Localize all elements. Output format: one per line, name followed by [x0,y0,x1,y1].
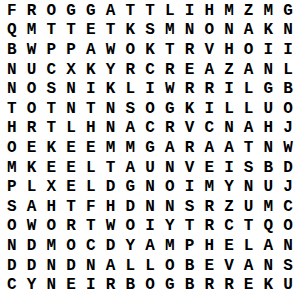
grid-cell[interactable]: T [101,21,121,41]
grid-cell[interactable]: W [101,40,121,60]
grid-cell[interactable]: S [180,197,200,217]
grid-cell[interactable]: Y [22,275,42,295]
grid-cell[interactable]: A [160,138,180,158]
grid-cell[interactable]: Z [239,1,259,21]
grid-cell[interactable]: H [259,119,279,139]
grid-cell[interactable]: N [259,138,279,158]
grid-cell[interactable]: W [22,217,42,237]
grid-cell[interactable]: F [2,1,22,21]
grid-cell[interactable]: T [239,217,259,237]
grid-cell[interactable]: B [120,275,140,295]
grid-cell[interactable]: K [22,158,42,178]
grid-cell[interactable]: M [259,197,279,217]
grid-cell[interactable]: O [41,1,61,21]
grid-cell[interactable]: K [180,99,200,119]
grid-cell[interactable]: L [219,99,239,119]
grid-cell[interactable]: M [160,21,180,41]
grid-cell[interactable]: O [160,256,180,276]
grid-cell[interactable]: K [120,21,140,41]
grid-cell[interactable]: V [180,119,200,139]
grid-cell[interactable]: B [2,40,22,60]
grid-cell[interactable]: U [259,177,279,197]
grid-cell[interactable]: H [199,236,219,256]
grid-cell[interactable]: L [120,256,140,276]
grid-cell[interactable]: S [278,256,298,276]
grid-cell[interactable]: N [61,99,81,119]
grid-cell[interactable]: R [61,217,81,237]
grid-cell[interactable]: E [239,275,259,295]
grid-cell[interactable]: L [81,158,101,178]
grid-cell[interactable]: N [160,158,180,178]
grid-cell[interactable]: T [140,1,160,21]
grid-cell[interactable]: J [278,119,298,139]
grid-cell[interactable]: M [199,177,219,197]
grid-cell[interactable]: O [22,79,42,99]
grid-cell[interactable]: H [101,197,121,217]
grid-cell[interactable]: H [2,119,22,139]
grid-cell[interactable]: R [22,119,42,139]
grid-cell[interactable]: P [180,236,200,256]
grid-cell[interactable]: A [22,197,42,217]
grid-cell[interactable]: I [81,275,101,295]
grid-cell[interactable]: A [140,236,160,256]
grid-cell[interactable]: S [2,197,22,217]
grid-cell[interactable]: B [180,256,200,276]
grid-cell[interactable]: Z [219,197,239,217]
grid-cell[interactable]: O [2,138,22,158]
grid-cell[interactable]: R [101,275,121,295]
grid-cell[interactable]: V [180,158,200,178]
grid-cell[interactable]: S [41,79,61,99]
grid-cell[interactable]: E [219,236,239,256]
grid-cell[interactable]: R [160,119,180,139]
grid-cell[interactable]: K [259,21,279,41]
grid-cell[interactable]: G [278,1,298,21]
grid-cell[interactable]: N [2,60,22,80]
grid-cell[interactable]: T [61,197,81,217]
grid-cell[interactable]: O [61,236,81,256]
grid-cell[interactable]: U [140,158,160,178]
grid-cell[interactable]: I [180,1,200,21]
grid-cell[interactable]: A [239,60,259,80]
grid-cell[interactable]: C [81,236,101,256]
grid-cell[interactable]: Z [219,60,239,80]
grid-cell[interactable]: N [41,256,61,276]
grid-cell[interactable]: C [199,119,219,139]
grid-cell[interactable]: Q [259,217,279,237]
grid-cell[interactable]: Q [2,21,22,41]
grid-cell[interactable]: N [2,236,22,256]
grid-cell[interactable]: D [61,256,81,276]
grid-cell[interactable]: D [22,256,42,276]
grid-cell[interactable]: W [22,40,42,60]
grid-cell[interactable]: M [120,138,140,158]
grid-cell[interactable]: L [22,177,42,197]
grid-cell[interactable]: T [41,99,61,119]
grid-cell[interactable]: W [278,138,298,158]
grid-cell[interactable]: L [120,79,140,99]
grid-cell[interactable]: O [239,40,259,60]
grid-cell[interactable]: G [160,275,180,295]
grid-cell[interactable]: E [22,138,42,158]
grid-cell[interactable]: H [199,1,219,21]
grid-cell[interactable]: D [22,236,42,256]
grid-cell[interactable]: A [199,138,219,158]
grid-cell[interactable]: T [81,99,101,119]
grid-cell[interactable]: W [101,217,121,237]
grid-cell[interactable]: U [239,197,259,217]
grid-cell[interactable]: G [160,99,180,119]
grid-cell[interactable]: T [160,40,180,60]
grid-cell[interactable]: T [81,217,101,237]
grid-cell[interactable]: T [41,119,61,139]
grid-cell[interactable]: Y [160,217,180,237]
grid-cell[interactable]: K [81,60,101,80]
grid-cell[interactable]: O [140,275,160,295]
grid-cell[interactable]: N [259,256,279,276]
grid-cell[interactable]: N [81,256,101,276]
grid-cell[interactable]: O [120,40,140,60]
grid-cell[interactable]: P [2,177,22,197]
grid-cell[interactable]: N [101,99,121,119]
grid-cell[interactable]: A [259,236,279,256]
grid-cell[interactable]: I [180,177,200,197]
grid-cell[interactable]: R [199,197,219,217]
grid-cell[interactable]: N [41,275,61,295]
grid-cell[interactable]: O [41,217,61,237]
grid-cell[interactable]: L [160,1,180,21]
grid-cell[interactable]: A [101,256,121,276]
grid-cell[interactable]: N [278,236,298,256]
grid-cell[interactable]: B [278,79,298,99]
grid-cell[interactable]: T [101,158,121,178]
grid-cell[interactable]: I [219,158,239,178]
grid-cell[interactable]: A [199,60,219,80]
grid-cell[interactable]: E [61,275,81,295]
grid-cell[interactable]: D [120,197,140,217]
grid-cell[interactable]: O [140,99,160,119]
grid-cell[interactable]: O [22,99,42,119]
grid-cell[interactable]: R [199,217,219,237]
grid-cell[interactable]: M [22,21,42,41]
grid-cell[interactable]: R [180,138,200,158]
word-search-grid: FROGGATTLIHMZMGQMTTETKSMNONAKNBWPPAWOKTR… [0,0,299,297]
grid-cell[interactable]: R [22,1,42,21]
grid-cell[interactable]: D [101,177,121,197]
grid-cell[interactable]: T [239,138,259,158]
grid-cell[interactable]: T [2,99,22,119]
grid-cell[interactable]: H [41,197,61,217]
grid-cell[interactable]: H [81,119,101,139]
grid-cell[interactable]: A [81,40,101,60]
grid-cell[interactable]: M [160,236,180,256]
grid-cell[interactable]: V [199,40,219,60]
grid-cell[interactable]: R [160,60,180,80]
grid-cell[interactable]: N [2,79,22,99]
grid-cell[interactable]: P [61,40,81,60]
grid-cell[interactable]: N [219,119,239,139]
grid-cell[interactable]: D [101,236,121,256]
grid-cell[interactable]: A [239,21,259,41]
grid-cell[interactable]: I [278,40,298,60]
grid-cell[interactable]: M [219,1,239,21]
grid-cell[interactable]: T [120,1,140,21]
grid-cell[interactable]: R [199,275,219,295]
grid-cell[interactable]: I [81,79,101,99]
grid-cell[interactable]: L [239,79,259,99]
grid-cell[interactable]: E [61,138,81,158]
grid-cell[interactable]: Y [120,236,140,256]
grid-cell[interactable]: N [180,21,200,41]
grid-cell[interactable]: I [219,79,239,99]
grid-cell[interactable]: I [199,99,219,119]
grid-cell[interactable]: G [259,79,279,99]
grid-cell[interactable]: S [239,158,259,178]
grid-cell[interactable]: F [81,197,101,217]
grid-cell[interactable]: O [160,177,180,197]
grid-cell[interactable]: U [22,60,42,80]
grid-cell[interactable]: X [41,177,61,197]
grid-cell[interactable]: N [259,60,279,80]
grid-cell[interactable]: I [140,217,160,237]
grid-cell[interactable]: E [41,158,61,178]
grid-cell[interactable]: N [278,21,298,41]
grid-cell[interactable]: M [41,236,61,256]
grid-cell[interactable]: D [278,158,298,178]
grid-cell[interactable]: K [101,79,121,99]
grid-cell[interactable]: K [140,40,160,60]
grid-cell[interactable]: T [180,217,200,237]
grid-cell[interactable]: V [219,256,239,276]
grid-cell[interactable]: T [61,21,81,41]
grid-cell[interactable]: R [199,79,219,99]
grid-cell[interactable]: N [61,79,81,99]
grid-cell[interactable]: T [41,21,61,41]
grid-cell[interactable]: L [81,177,101,197]
grid-cell[interactable]: E [180,60,200,80]
grid-cell[interactable]: A [120,158,140,178]
grid-cell[interactable]: S [140,21,160,41]
grid-cell[interactable]: O [278,99,298,119]
grid-cell[interactable]: L [61,119,81,139]
grid-cell[interactable]: M [2,158,22,178]
grid-cell[interactable]: G [81,1,101,21]
grid-cell[interactable]: G [140,138,160,158]
grid-cell[interactable]: N [219,21,239,41]
grid-cell[interactable]: M [101,138,121,158]
grid-cell[interactable]: M [259,1,279,21]
grid-cell[interactable]: A [101,1,121,21]
grid-cell[interactable]: A [239,256,259,276]
grid-cell[interactable]: I [259,40,279,60]
grid-cell[interactable]: S [120,99,140,119]
grid-cell[interactable]: H [219,40,239,60]
grid-cell[interactable]: Y [219,177,239,197]
grid-cell[interactable]: L [278,60,298,80]
grid-cell[interactable]: B [259,158,279,178]
grid-cell[interactable]: G [61,1,81,21]
grid-cell[interactable]: N [160,197,180,217]
grid-cell[interactable]: C [278,197,298,217]
grid-cell[interactable]: I [140,79,160,99]
grid-cell[interactable]: E [81,138,101,158]
grid-cell[interactable]: O [120,217,140,237]
grid-cell[interactable]: N [239,177,259,197]
grid-cell[interactable]: L [239,99,259,119]
grid-cell[interactable]: U [278,275,298,295]
grid-cell[interactable]: Y [101,60,121,80]
grid-cell[interactable]: C [219,217,239,237]
grid-cell[interactable]: A [219,138,239,158]
grid-cell[interactable]: G [120,177,140,197]
grid-cell[interactable]: R [120,60,140,80]
grid-cell[interactable]: R [180,79,200,99]
grid-cell[interactable]: K [41,138,61,158]
grid-cell[interactable]: B [180,275,200,295]
grid-cell[interactable]: C [2,275,22,295]
grid-cell[interactable]: O [199,21,219,41]
grid-cell[interactable]: L [239,236,259,256]
grid-cell[interactable]: E [81,21,101,41]
grid-cell[interactable]: C [140,119,160,139]
grid-cell[interactable]: W [160,79,180,99]
grid-cell[interactable]: A [120,119,140,139]
grid-cell[interactable]: E [199,256,219,276]
grid-cell[interactable]: N [101,119,121,139]
grid-cell[interactable]: R [180,40,200,60]
grid-cell[interactable]: R [219,275,239,295]
grid-cell[interactable]: N [140,177,160,197]
grid-cell[interactable]: A [239,119,259,139]
grid-cell[interactable]: O [278,217,298,237]
grid-cell[interactable]: O [2,217,22,237]
grid-cell[interactable]: K [259,275,279,295]
grid-cell[interactable]: E [61,158,81,178]
grid-cell[interactable]: E [61,177,81,197]
grid-cell[interactable]: N [140,197,160,217]
grid-cell[interactable]: C [41,60,61,80]
grid-cell[interactable]: L [140,256,160,276]
grid-cell[interactable]: E [199,158,219,178]
grid-cell[interactable]: J [278,177,298,197]
grid-cell[interactable]: P [41,40,61,60]
grid-cell[interactable]: X [61,60,81,80]
grid-cell[interactable]: U [259,99,279,119]
grid-cell[interactable]: C [140,60,160,80]
grid-cell[interactable]: D [2,256,22,276]
